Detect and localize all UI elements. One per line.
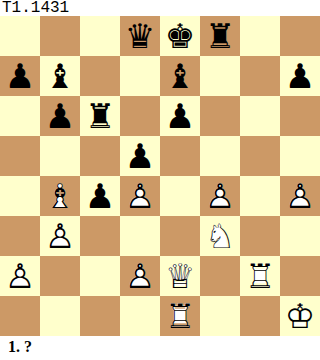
piece-black-bishop[interactable]: ♝ xyxy=(40,56,80,96)
square-f3[interactable]: ♞♘ xyxy=(200,216,240,256)
square-g1[interactable] xyxy=(240,296,280,336)
piece-glyph-outline: ♗ xyxy=(40,176,80,216)
square-g8[interactable] xyxy=(240,16,280,56)
square-c5[interactable] xyxy=(80,136,120,176)
piece-glyph-outline: ♘ xyxy=(200,216,240,256)
move-prompt: 1. ? xyxy=(8,336,32,360)
square-h3[interactable] xyxy=(280,216,320,256)
square-c2[interactable] xyxy=(80,256,120,296)
piece-black-queen[interactable]: ♛ xyxy=(120,16,160,56)
square-e7[interactable]: ♝ xyxy=(160,56,200,96)
square-e6[interactable]: ♟ xyxy=(160,96,200,136)
piece-black-pawn[interactable]: ♟ xyxy=(40,96,80,136)
square-f2[interactable] xyxy=(200,256,240,296)
piece-white-pawn[interactable]: ♟♙ xyxy=(200,176,240,216)
piece-glyph-outline: ♙ xyxy=(0,256,40,296)
piece-white-pawn[interactable]: ♟♙ xyxy=(120,176,160,216)
square-g4[interactable] xyxy=(240,176,280,216)
square-h5[interactable] xyxy=(280,136,320,176)
square-a7[interactable]: ♟ xyxy=(0,56,40,96)
square-g5[interactable] xyxy=(240,136,280,176)
square-c7[interactable] xyxy=(80,56,120,96)
square-f6[interactable] xyxy=(200,96,240,136)
square-a6[interactable] xyxy=(0,96,40,136)
square-a5[interactable] xyxy=(0,136,40,176)
square-e4[interactable] xyxy=(160,176,200,216)
square-d8[interactable]: ♛ xyxy=(120,16,160,56)
piece-white-rook[interactable]: ♜♖ xyxy=(160,296,200,336)
square-a2[interactable]: ♟♙ xyxy=(0,256,40,296)
square-f4[interactable]: ♟♙ xyxy=(200,176,240,216)
piece-black-pawn[interactable]: ♟ xyxy=(120,136,160,176)
square-b7[interactable]: ♝ xyxy=(40,56,80,96)
square-b4[interactable]: ♝♗ xyxy=(40,176,80,216)
piece-glyph-outline: ♖ xyxy=(160,296,200,336)
piece-black-rook[interactable]: ♜ xyxy=(200,16,240,56)
piece-white-king[interactable]: ♚♔ xyxy=(280,296,320,336)
square-d1[interactable] xyxy=(120,296,160,336)
square-c4[interactable]: ♟ xyxy=(80,176,120,216)
square-f1[interactable] xyxy=(200,296,240,336)
square-d3[interactable] xyxy=(120,216,160,256)
piece-white-pawn[interactable]: ♟♙ xyxy=(280,176,320,216)
piece-white-pawn[interactable]: ♟♙ xyxy=(0,256,40,296)
puzzle-id: T1.1431 xyxy=(2,0,69,16)
piece-glyph-outline: ♙ xyxy=(120,256,160,296)
piece-black-rook[interactable]: ♜ xyxy=(80,96,120,136)
square-d2[interactable]: ♟♙ xyxy=(120,256,160,296)
piece-glyph-outline: ♕ xyxy=(160,256,200,296)
square-h1[interactable]: ♚♔ xyxy=(280,296,320,336)
chess-board: ♛♚♜♟♝♝♟♟♜♟♟♝♗♟♟♙♟♙♟♙♟♙♞♘♟♙♟♙♛♕♜♖♜♖♚♔ xyxy=(0,16,320,336)
square-b3[interactable]: ♟♙ xyxy=(40,216,80,256)
piece-glyph-outline: ♔ xyxy=(280,296,320,336)
square-b5[interactable] xyxy=(40,136,80,176)
square-a1[interactable] xyxy=(0,296,40,336)
square-h6[interactable] xyxy=(280,96,320,136)
piece-white-queen[interactable]: ♛♕ xyxy=(160,256,200,296)
piece-glyph-outline: ♙ xyxy=(40,216,80,256)
square-h7[interactable]: ♟ xyxy=(280,56,320,96)
piece-glyph-outline: ♙ xyxy=(120,176,160,216)
square-c3[interactable] xyxy=(80,216,120,256)
square-d5[interactable]: ♟ xyxy=(120,136,160,176)
square-d6[interactable] xyxy=(120,96,160,136)
square-a8[interactable] xyxy=(0,16,40,56)
square-f5[interactable] xyxy=(200,136,240,176)
square-c1[interactable] xyxy=(80,296,120,336)
square-g6[interactable] xyxy=(240,96,280,136)
square-h8[interactable] xyxy=(280,16,320,56)
square-e3[interactable] xyxy=(160,216,200,256)
square-d4[interactable]: ♟♙ xyxy=(120,176,160,216)
piece-white-pawn[interactable]: ♟♙ xyxy=(40,216,80,256)
square-f8[interactable]: ♜ xyxy=(200,16,240,56)
square-f7[interactable] xyxy=(200,56,240,96)
square-g3[interactable] xyxy=(240,216,280,256)
piece-black-pawn[interactable]: ♟ xyxy=(80,176,120,216)
square-c8[interactable] xyxy=(80,16,120,56)
square-h2[interactable] xyxy=(280,256,320,296)
piece-glyph-outline: ♙ xyxy=(280,176,320,216)
piece-black-bishop[interactable]: ♝ xyxy=(160,56,200,96)
piece-black-pawn[interactable]: ♟ xyxy=(280,56,320,96)
square-a4[interactable] xyxy=(0,176,40,216)
piece-glyph-outline: ♙ xyxy=(200,176,240,216)
square-a3[interactable] xyxy=(0,216,40,256)
piece-black-pawn[interactable]: ♟ xyxy=(0,56,40,96)
square-g7[interactable] xyxy=(240,56,280,96)
piece-black-pawn[interactable]: ♟ xyxy=(160,96,200,136)
square-g2[interactable]: ♜♖ xyxy=(240,256,280,296)
piece-white-rook[interactable]: ♜♖ xyxy=(240,256,280,296)
square-b2[interactable] xyxy=(40,256,80,296)
square-d7[interactable] xyxy=(120,56,160,96)
square-e5[interactable] xyxy=(160,136,200,176)
square-h4[interactable]: ♟♙ xyxy=(280,176,320,216)
piece-black-king[interactable]: ♚ xyxy=(160,16,200,56)
square-e1[interactable]: ♜♖ xyxy=(160,296,200,336)
square-b6[interactable]: ♟ xyxy=(40,96,80,136)
piece-white-knight[interactable]: ♞♘ xyxy=(200,216,240,256)
piece-glyph-outline: ♖ xyxy=(240,256,280,296)
piece-white-bishop[interactable]: ♝♗ xyxy=(40,176,80,216)
chess-puzzle-page: T1.1431 ♛♚♜♟♝♝♟♟♜♟♟♝♗♟♟♙♟♙♟♙♟♙♞♘♟♙♟♙♛♕♜♖… xyxy=(0,0,320,360)
square-b1[interactable] xyxy=(40,296,80,336)
piece-white-pawn[interactable]: ♟♙ xyxy=(120,256,160,296)
square-e2[interactable]: ♛♕ xyxy=(160,256,200,296)
square-b8[interactable] xyxy=(40,16,80,56)
square-c6[interactable]: ♜ xyxy=(80,96,120,136)
square-e8[interactable]: ♚ xyxy=(160,16,200,56)
